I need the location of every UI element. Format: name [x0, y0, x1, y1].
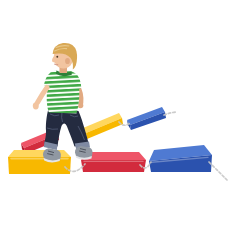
product-photo-balance-beams [0, 0, 228, 228]
white-background [0, 0, 228, 228]
ear [65, 58, 70, 64]
back-shoe [75, 146, 93, 160]
beam-top-face [8, 150, 71, 157]
front-hand [33, 102, 39, 109]
scene-canvas [0, 0, 228, 228]
beam-yellow-foreground [8, 150, 71, 174]
beam-front-face [8, 157, 71, 174]
eye [56, 56, 58, 58]
front-shoe [43, 148, 61, 162]
